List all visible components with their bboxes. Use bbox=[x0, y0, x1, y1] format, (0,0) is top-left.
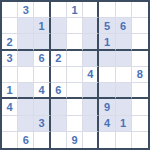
cell-r7c1[interactable]: 4 bbox=[2, 99, 18, 115]
cell-r2c5[interactable] bbox=[67, 18, 83, 34]
cell-r3c9[interactable] bbox=[132, 34, 148, 50]
cell-r5c4[interactable] bbox=[51, 67, 67, 83]
cell-r7c4[interactable] bbox=[51, 99, 67, 115]
cell-r3c1[interactable]: 2 bbox=[2, 34, 18, 50]
cell-r9c5[interactable]: 9 bbox=[67, 132, 83, 148]
cell-r7c7[interactable]: 9 bbox=[99, 99, 115, 115]
cell-r5c8[interactable] bbox=[116, 67, 132, 83]
cell-r2c4[interactable] bbox=[51, 18, 67, 34]
cell-r5c1[interactable] bbox=[2, 67, 18, 83]
cell-r6c2[interactable] bbox=[18, 83, 34, 99]
sudoku-board: 3115621362481464934169 bbox=[0, 0, 150, 150]
cell-r4c8[interactable] bbox=[116, 51, 132, 67]
cell-r8c6[interactable] bbox=[83, 116, 99, 132]
cell-r6c7[interactable] bbox=[99, 83, 115, 99]
cell-r6c1[interactable]: 1 bbox=[2, 83, 18, 99]
cell-r1c8[interactable] bbox=[116, 2, 132, 18]
cell-r7c3[interactable] bbox=[34, 99, 50, 115]
cell-r5c9[interactable]: 8 bbox=[132, 67, 148, 83]
cell-r2c3[interactable]: 1 bbox=[34, 18, 50, 34]
cell-r8c2[interactable] bbox=[18, 116, 34, 132]
cell-r1c5[interactable]: 1 bbox=[67, 2, 83, 18]
cell-r1c7[interactable] bbox=[99, 2, 115, 18]
cell-r5c3[interactable] bbox=[34, 67, 50, 83]
cell-r9c6[interactable] bbox=[83, 132, 99, 148]
cell-r4c1[interactable]: 3 bbox=[2, 51, 18, 67]
cell-r7c9[interactable] bbox=[132, 99, 148, 115]
cell-r1c3[interactable] bbox=[34, 2, 50, 18]
cell-r2c6[interactable] bbox=[83, 18, 99, 34]
cell-r6c3[interactable]: 4 bbox=[34, 83, 50, 99]
cell-r4c6[interactable] bbox=[83, 51, 99, 67]
cell-r4c2[interactable] bbox=[18, 51, 34, 67]
cell-r9c1[interactable] bbox=[2, 132, 18, 148]
cell-r8c8[interactable]: 1 bbox=[116, 116, 132, 132]
cell-r4c3[interactable]: 6 bbox=[34, 51, 50, 67]
cell-r1c6[interactable] bbox=[83, 2, 99, 18]
cell-r3c6[interactable] bbox=[83, 34, 99, 50]
cell-r5c2[interactable] bbox=[18, 67, 34, 83]
cell-r5c6[interactable]: 4 bbox=[83, 67, 99, 83]
cell-r7c2[interactable] bbox=[18, 99, 34, 115]
cell-r5c7[interactable] bbox=[99, 67, 115, 83]
cell-r6c4[interactable]: 6 bbox=[51, 83, 67, 99]
cell-r7c8[interactable] bbox=[116, 99, 132, 115]
cell-r3c4[interactable] bbox=[51, 34, 67, 50]
cell-r1c1[interactable] bbox=[2, 2, 18, 18]
cell-r3c5[interactable] bbox=[67, 34, 83, 50]
cell-r3c3[interactable] bbox=[34, 34, 50, 50]
cell-r3c2[interactable] bbox=[18, 34, 34, 50]
cell-r3c8[interactable] bbox=[116, 34, 132, 50]
cell-r9c9[interactable] bbox=[132, 132, 148, 148]
cell-r9c4[interactable] bbox=[51, 132, 67, 148]
cell-r6c5[interactable] bbox=[67, 83, 83, 99]
cell-r9c2[interactable]: 6 bbox=[18, 132, 34, 148]
cell-r9c3[interactable] bbox=[34, 132, 50, 148]
cell-r1c2[interactable]: 3 bbox=[18, 2, 34, 18]
cell-r6c9[interactable] bbox=[132, 83, 148, 99]
cell-r4c4[interactable]: 2 bbox=[51, 51, 67, 67]
cell-r2c8[interactable]: 6 bbox=[116, 18, 132, 34]
cell-r9c7[interactable] bbox=[99, 132, 115, 148]
cell-r7c6[interactable] bbox=[83, 99, 99, 115]
cell-r2c9[interactable] bbox=[132, 18, 148, 34]
cell-r4c9[interactable] bbox=[132, 51, 148, 67]
cell-r9c8[interactable] bbox=[116, 132, 132, 148]
cell-r3c7[interactable]: 1 bbox=[99, 34, 115, 50]
cell-r2c1[interactable] bbox=[2, 18, 18, 34]
cell-r8c7[interactable]: 4 bbox=[99, 116, 115, 132]
cell-r2c2[interactable] bbox=[18, 18, 34, 34]
cell-r8c5[interactable] bbox=[67, 116, 83, 132]
cell-r8c9[interactable] bbox=[132, 116, 148, 132]
cell-r2c7[interactable]: 5 bbox=[99, 18, 115, 34]
cell-r1c9[interactable] bbox=[132, 2, 148, 18]
cell-r7c5[interactable] bbox=[67, 99, 83, 115]
cell-r8c4[interactable] bbox=[51, 116, 67, 132]
cell-r5c5[interactable] bbox=[67, 67, 83, 83]
cell-r1c4[interactable] bbox=[51, 2, 67, 18]
cell-r8c1[interactable] bbox=[2, 116, 18, 132]
cell-r6c8[interactable] bbox=[116, 83, 132, 99]
cell-r6c6[interactable] bbox=[83, 83, 99, 99]
cell-r8c3[interactable]: 3 bbox=[34, 116, 50, 132]
cell-r4c7[interactable] bbox=[99, 51, 115, 67]
cell-r4c5[interactable] bbox=[67, 51, 83, 67]
